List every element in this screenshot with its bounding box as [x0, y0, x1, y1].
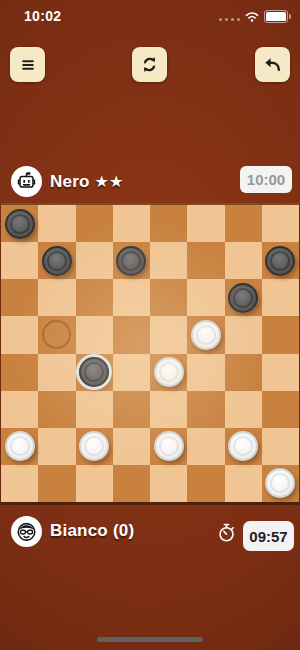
- player-captures-white: (0): [113, 521, 134, 541]
- board-cell[interactable]: [187, 354, 224, 391]
- board-cell[interactable]: [76, 279, 113, 316]
- board-cell[interactable]: [187, 279, 224, 316]
- board-cell[interactable]: [225, 279, 262, 316]
- status-icons: [219, 10, 292, 23]
- refresh-icon: [139, 54, 160, 75]
- board-cell[interactable]: [38, 391, 75, 428]
- clock-black: 10:00: [240, 166, 292, 193]
- board-cell[interactable]: [225, 205, 262, 242]
- board-cell[interactable]: [150, 391, 187, 428]
- board-cell[interactable]: [76, 316, 113, 353]
- white-piece[interactable]: [191, 320, 221, 350]
- black-piece[interactable]: [265, 246, 295, 276]
- avatar-black: [11, 166, 42, 197]
- board-cell[interactable]: [187, 428, 224, 465]
- board-cell[interactable]: [225, 242, 262, 279]
- board-cell[interactable]: [150, 205, 187, 242]
- board-cell[interactable]: [38, 465, 75, 502]
- white-piece[interactable]: [154, 357, 184, 387]
- board-cell[interactable]: [225, 354, 262, 391]
- cellular-signal-dots-icon: [219, 18, 240, 21]
- board-cell[interactable]: [1, 205, 38, 242]
- board-cell[interactable]: [113, 465, 150, 502]
- board-cell[interactable]: [262, 316, 299, 353]
- menu-button[interactable]: [10, 47, 45, 82]
- board-cell[interactable]: [1, 316, 38, 353]
- board-cell[interactable]: [150, 428, 187, 465]
- board-cell[interactable]: [1, 465, 38, 502]
- board-cell[interactable]: [76, 242, 113, 279]
- board-cell[interactable]: [38, 428, 75, 465]
- board-cell[interactable]: [262, 465, 299, 502]
- restart-button[interactable]: [132, 47, 167, 82]
- board-cell[interactable]: [76, 428, 113, 465]
- board-cell[interactable]: [262, 428, 299, 465]
- white-piece[interactable]: [79, 431, 109, 461]
- board-cell[interactable]: [262, 242, 299, 279]
- home-indicator[interactable]: [97, 637, 203, 642]
- board-cell[interactable]: [1, 242, 38, 279]
- hamburger-icon: [18, 55, 38, 75]
- board-cell[interactable]: [150, 279, 187, 316]
- robot-icon: [16, 171, 37, 192]
- white-piece[interactable]: [265, 468, 295, 498]
- black-piece[interactable]: [42, 246, 72, 276]
- ai-difficulty-stars: ★★: [95, 172, 124, 191]
- board-cell[interactable]: [225, 428, 262, 465]
- board-cell[interactable]: [113, 428, 150, 465]
- player-name-black: Nero: [50, 172, 90, 192]
- black-piece[interactable]: [228, 283, 258, 313]
- player-name-white: Bianco: [50, 521, 108, 541]
- clock-white: 09:57: [243, 521, 294, 551]
- board-cell[interactable]: [38, 354, 75, 391]
- app-root: 10:02: [0, 0, 300, 650]
- board-cell[interactable]: [187, 205, 224, 242]
- board-cell[interactable]: [150, 354, 187, 391]
- black-piece[interactable]: [79, 357, 109, 387]
- board-cell[interactable]: [1, 354, 38, 391]
- move-origin-marker: [42, 320, 71, 349]
- board-cell[interactable]: [113, 316, 150, 353]
- board-cell[interactable]: [262, 205, 299, 242]
- avatar-white: [11, 516, 42, 547]
- board-cell[interactable]: [76, 354, 113, 391]
- board-cell[interactable]: [225, 391, 262, 428]
- black-piece[interactable]: [5, 209, 35, 239]
- board-cell[interactable]: [113, 242, 150, 279]
- white-piece[interactable]: [154, 431, 184, 461]
- undo-arrow-icon: [262, 54, 283, 75]
- board[interactable]: [0, 203, 300, 505]
- board-cell[interactable]: [187, 316, 224, 353]
- board-cell[interactable]: [38, 205, 75, 242]
- board-cell[interactable]: [1, 428, 38, 465]
- board-cell[interactable]: [1, 391, 38, 428]
- status-bar: 10:02: [0, 0, 300, 30]
- battery-icon: [264, 10, 288, 23]
- board-cell[interactable]: [38, 279, 75, 316]
- board-cell[interactable]: [113, 391, 150, 428]
- board-cell[interactable]: [38, 316, 75, 353]
- board-cell[interactable]: [225, 316, 262, 353]
- board-cell[interactable]: [150, 242, 187, 279]
- board-cell[interactable]: [150, 316, 187, 353]
- stopwatch-icon: [216, 521, 237, 544]
- board-cell[interactable]: [262, 279, 299, 316]
- board-cell[interactable]: [187, 391, 224, 428]
- board-cell[interactable]: [225, 465, 262, 502]
- status-time: 10:02: [24, 8, 61, 24]
- undo-button[interactable]: [255, 47, 290, 82]
- board-cell[interactable]: [113, 279, 150, 316]
- board-cell[interactable]: [113, 354, 150, 391]
- board-cell[interactable]: [262, 354, 299, 391]
- face-with-glasses-icon: [15, 520, 38, 543]
- board-cell[interactable]: [113, 205, 150, 242]
- board-cell[interactable]: [76, 465, 113, 502]
- board-cell[interactable]: [1, 279, 38, 316]
- board-cell[interactable]: [76, 205, 113, 242]
- wifi-icon: [244, 10, 260, 23]
- board-cell[interactable]: [262, 391, 299, 428]
- board-cell[interactable]: [187, 242, 224, 279]
- board-cell[interactable]: [187, 465, 224, 502]
- board-cell[interactable]: [76, 391, 113, 428]
- board-cell[interactable]: [38, 242, 75, 279]
- black-piece[interactable]: [116, 246, 146, 276]
- white-piece[interactable]: [5, 431, 35, 461]
- white-piece[interactable]: [228, 431, 258, 461]
- board-cell[interactable]: [150, 465, 187, 502]
